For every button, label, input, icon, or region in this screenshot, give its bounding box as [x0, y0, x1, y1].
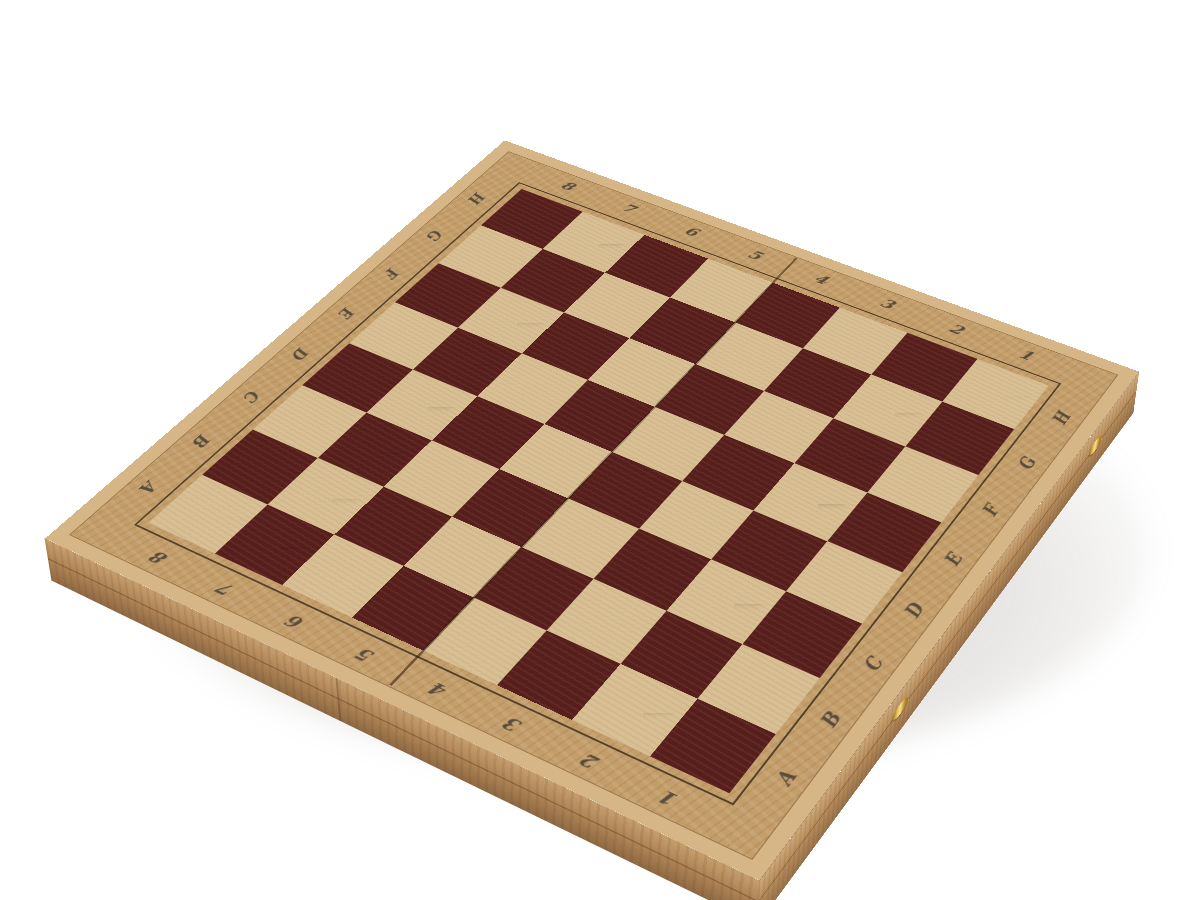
coordinate-label-H: H [1046, 409, 1076, 427]
brass-clasp [892, 693, 908, 725]
coordinate-label-4: 4 [425, 679, 453, 701]
square-f4 [655, 364, 764, 435]
chess-board: 87654321 87654321 ABCDEFGH ABCDEFGH ♜♞♝♛… [45, 140, 1139, 880]
coordinate-label-G: G [1012, 455, 1041, 473]
coordinate-label-E: E [938, 551, 968, 570]
white-rook-glyph: ♜ [630, 647, 811, 754]
brass-clasp [1088, 432, 1102, 460]
coordinate-label-F: F [976, 502, 1005, 519]
coordinate-label-A: A [769, 767, 802, 789]
coordinate-label-D: D [898, 601, 929, 622]
coordinate-label-8: 8 [145, 548, 172, 568]
photo-scene: 87654321 87654321 ABCDEFGH ABCDEFGH ♜♞♝♛… [0, 0, 1200, 900]
square-a1: ♜ [650, 699, 776, 794]
coordinate-label-6: 6 [680, 224, 702, 239]
coordinate-label-B: B [814, 709, 847, 731]
coordinate-label-2: 2 [577, 750, 605, 774]
coordinate-label-5: 5 [352, 645, 380, 667]
coordinate-label-4: 4 [810, 271, 832, 287]
coordinate-label-6: 6 [281, 612, 309, 633]
coordinate-label-1: 1 [656, 787, 684, 811]
coordinate-label-C: C [857, 654, 888, 675]
coordinate-label-5: 5 [744, 247, 766, 262]
coordinate-label-3: 3 [500, 714, 528, 737]
board-top-surface: 87654321 87654321 ABCDEFGH ABCDEFGH ♜♞♝♛… [45, 140, 1139, 880]
coordinate-label-7: 7 [213, 579, 241, 600]
black-pawn-glyph: ♟ [198, 477, 365, 552]
